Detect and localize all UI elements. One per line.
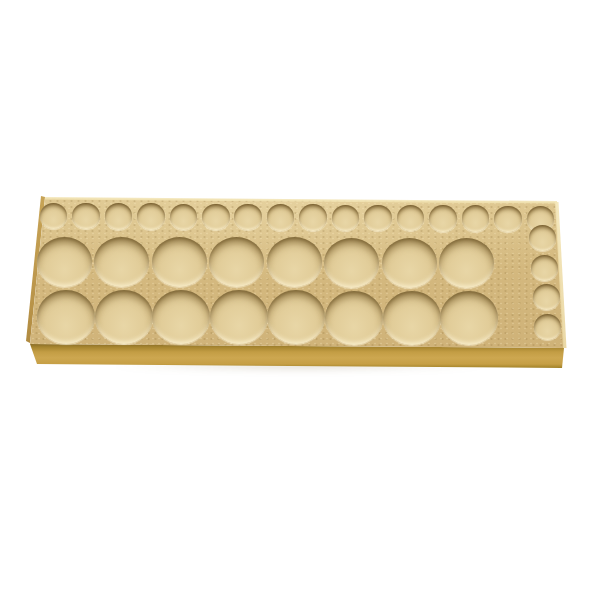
pit-top-small-row-14[interactable] [462, 205, 490, 232]
pit-top-small-row-4[interactable] [137, 203, 165, 230]
pit-top-small-row-1[interactable] [40, 203, 68, 230]
pit-top-small-row-11[interactable] [364, 205, 392, 232]
pit-bottom-large-row-7[interactable] [383, 291, 441, 345]
pit-right-small-column-3[interactable] [533, 284, 560, 310]
pit-bottom-large-row-4[interactable] [210, 290, 268, 344]
pit-middle-large-row-1[interactable] [37, 237, 92, 287]
pit-right-small-column-4[interactable] [534, 314, 561, 340]
pit-bottom-large-row-6[interactable] [325, 291, 383, 345]
pit-bottom-large-row-8[interactable] [440, 291, 498, 345]
pit-top-small-row-6[interactable] [202, 204, 230, 231]
pit-bottom-large-row-2[interactable] [95, 290, 153, 344]
pit-top-small-row-5[interactable] [170, 204, 198, 231]
pit-middle-large-row-6[interactable] [324, 238, 379, 288]
pit-top-small-row-10[interactable] [332, 205, 360, 232]
tray-pits [0, 0, 600, 600]
pit-bottom-large-row-5[interactable] [267, 290, 325, 344]
pit-middle-large-row-7[interactable] [382, 238, 437, 288]
pit-middle-large-row-8[interactable] [439, 238, 494, 288]
pit-top-small-row-8[interactable] [267, 204, 295, 231]
pit-middle-large-row-2[interactable] [94, 237, 149, 287]
pit-right-small-column-2[interactable] [531, 255, 558, 281]
pit-top-small-row-13[interactable] [429, 205, 457, 232]
pit-middle-large-row-4[interactable] [209, 237, 264, 287]
pit-top-small-row-7[interactable] [234, 204, 262, 231]
pit-middle-large-row-5[interactable] [267, 237, 322, 287]
pit-top-small-row-9[interactable] [299, 204, 327, 231]
pit-top-small-row-12[interactable] [397, 205, 425, 232]
pit-top-small-row-3[interactable] [105, 203, 133, 230]
pit-middle-large-row-3[interactable] [152, 237, 207, 287]
pit-top-small-row-2[interactable] [72, 203, 100, 230]
pit-bottom-large-row-3[interactable] [152, 290, 210, 344]
pit-top-small-row-15[interactable] [494, 206, 522, 233]
tray-photo [0, 0, 600, 600]
pit-right-small-column-1[interactable] [529, 225, 556, 251]
pit-bottom-large-row-1[interactable] [37, 290, 95, 344]
